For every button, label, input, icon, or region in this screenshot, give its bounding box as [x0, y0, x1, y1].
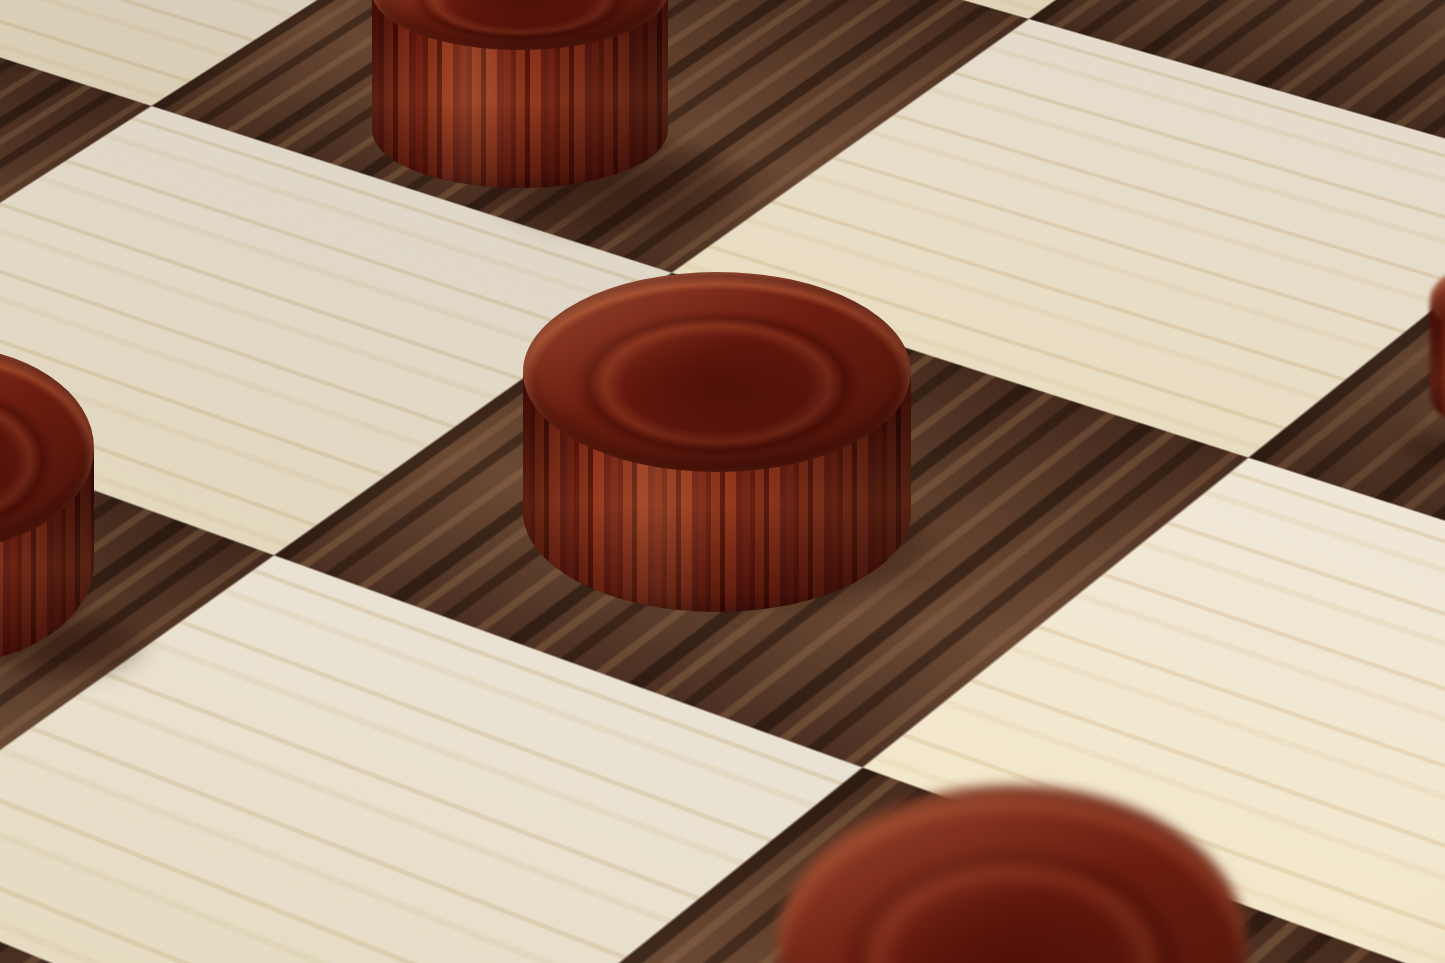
board-photo	[0, 0, 1445, 963]
center-checker-top-rings	[523, 272, 911, 472]
